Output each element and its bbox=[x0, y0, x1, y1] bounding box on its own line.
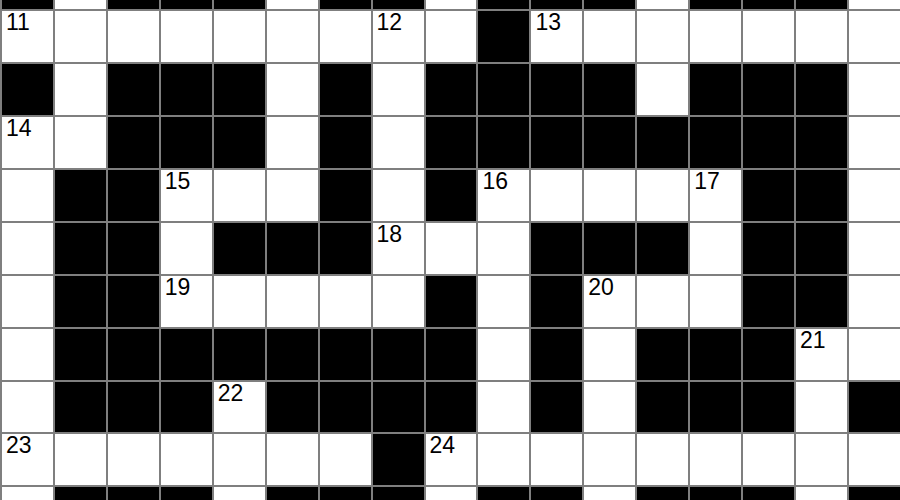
grid-cell[interactable] bbox=[796, 434, 847, 485]
grid-cell[interactable] bbox=[426, 0, 477, 9]
grid-cell-black bbox=[108, 329, 159, 380]
grid-cell-black bbox=[267, 223, 318, 274]
grid-cell[interactable]: 11 bbox=[2, 11, 53, 62]
grid-cell[interactable]: 18 bbox=[373, 223, 424, 274]
grid-cell[interactable] bbox=[849, 11, 900, 62]
grid-cell-black bbox=[743, 223, 794, 274]
grid-cell[interactable] bbox=[584, 487, 635, 500]
grid-cell-black bbox=[55, 487, 106, 500]
grid-cell-black bbox=[214, 117, 265, 168]
grid-cell[interactable] bbox=[849, 223, 900, 274]
grid-cell[interactable] bbox=[478, 223, 529, 274]
grid-cell[interactable]: 19 bbox=[161, 276, 212, 327]
grid-cell[interactable]: 23 bbox=[2, 434, 53, 485]
grid-cell-black bbox=[161, 329, 212, 380]
grid-cell-black bbox=[743, 117, 794, 168]
grid-cell[interactable] bbox=[55, 64, 106, 115]
grid-cell-black bbox=[796, 223, 847, 274]
grid-cell[interactable]: 21 bbox=[796, 329, 847, 380]
clue-number: 16 bbox=[482, 169, 508, 194]
grid-cell[interactable] bbox=[849, 329, 900, 380]
clue-number: 17 bbox=[694, 169, 720, 194]
grid-cell[interactable]: 13 bbox=[531, 11, 582, 62]
grid-cell[interactable] bbox=[849, 276, 900, 327]
grid-cell[interactable] bbox=[214, 276, 265, 327]
grid-cell-black bbox=[373, 434, 424, 485]
grid-cell[interactable] bbox=[796, 382, 847, 433]
grid-cell[interactable] bbox=[584, 329, 635, 380]
clue-number: 24 bbox=[430, 433, 456, 458]
grid-cell-black bbox=[531, 329, 582, 380]
grid-cell[interactable] bbox=[584, 11, 635, 62]
grid-cell-black bbox=[584, 223, 635, 274]
grid-cell[interactable] bbox=[849, 64, 900, 115]
grid-cell-black bbox=[478, 11, 529, 62]
grid-cell[interactable] bbox=[690, 434, 741, 485]
grid-cell[interactable] bbox=[2, 329, 53, 380]
grid-cell[interactable] bbox=[108, 11, 159, 62]
grid-cell-black bbox=[426, 382, 477, 433]
grid-cell-black bbox=[161, 0, 212, 9]
grid-cell-black bbox=[214, 329, 265, 380]
grid-cell[interactable] bbox=[637, 276, 688, 327]
grid-cell-black bbox=[690, 0, 741, 9]
grid-cell[interactable] bbox=[267, 0, 318, 9]
grid-cell-black bbox=[267, 382, 318, 433]
grid-cell[interactable] bbox=[637, 11, 688, 62]
grid-cell-black bbox=[849, 382, 900, 433]
grid-cell-black bbox=[584, 117, 635, 168]
grid-cell-black bbox=[743, 0, 794, 9]
clue-number: 15 bbox=[165, 169, 191, 194]
grid-cell-black bbox=[743, 487, 794, 500]
clue-number: 23 bbox=[6, 433, 32, 458]
grid-cell-black bbox=[426, 117, 477, 168]
grid-cell[interactable] bbox=[531, 434, 582, 485]
grid-cell[interactable] bbox=[373, 170, 424, 221]
grid-cell[interactable] bbox=[55, 434, 106, 485]
grid-cell[interactable]: 20 bbox=[584, 276, 635, 327]
grid-cell[interactable] bbox=[320, 11, 371, 62]
grid-cell-black bbox=[690, 117, 741, 168]
grid-cell[interactable] bbox=[373, 64, 424, 115]
grid-cell-black bbox=[690, 329, 741, 380]
grid-cell[interactable] bbox=[743, 11, 794, 62]
grid-cell-black bbox=[531, 64, 582, 115]
grid-cell[interactable]: 14 bbox=[2, 117, 53, 168]
grid-cell[interactable]: 17 bbox=[690, 170, 741, 221]
grid-cell[interactable] bbox=[214, 487, 265, 500]
grid-cell-black bbox=[531, 276, 582, 327]
grid-cell[interactable] bbox=[214, 11, 265, 62]
grid-cell-black bbox=[426, 170, 477, 221]
grid-cell[interactable] bbox=[267, 64, 318, 115]
grid-cell[interactable] bbox=[267, 11, 318, 62]
grid-cell-black bbox=[214, 64, 265, 115]
grid-cell-black bbox=[426, 329, 477, 380]
clue-number: 21 bbox=[800, 328, 826, 353]
grid-cell-black bbox=[320, 487, 371, 500]
grid-cell-black bbox=[373, 329, 424, 380]
grid-cell-black bbox=[531, 487, 582, 500]
grid-cell[interactable] bbox=[108, 434, 159, 485]
grid-cell-black bbox=[531, 223, 582, 274]
grid-cell[interactable] bbox=[690, 223, 741, 274]
grid-cell-black bbox=[108, 0, 159, 9]
grid-cell-black bbox=[161, 487, 212, 500]
grid-cell[interactable] bbox=[426, 487, 477, 500]
grid-cell-black bbox=[55, 276, 106, 327]
grid-cell[interactable] bbox=[531, 170, 582, 221]
grid-cell[interactable] bbox=[320, 276, 371, 327]
grid-cell[interactable] bbox=[849, 170, 900, 221]
clue-number: 12 bbox=[377, 10, 403, 35]
grid-cell[interactable] bbox=[796, 11, 847, 62]
crossword-grid: 1112131415161718192021222324 bbox=[0, 0, 900, 500]
grid-cell-black bbox=[478, 117, 529, 168]
clue-number: 22 bbox=[218, 381, 244, 406]
grid-cell[interactable] bbox=[849, 0, 900, 9]
grid-cell-black bbox=[2, 64, 53, 115]
grid-cell-black bbox=[531, 0, 582, 9]
grid-cell-black bbox=[478, 0, 529, 9]
grid-cell[interactable] bbox=[478, 329, 529, 380]
grid-cell-black bbox=[108, 170, 159, 221]
grid-cell-black bbox=[637, 223, 688, 274]
grid-cell-black bbox=[320, 0, 371, 9]
grid-cell[interactable] bbox=[161, 11, 212, 62]
grid-cell[interactable] bbox=[2, 382, 53, 433]
grid-cell-black bbox=[55, 382, 106, 433]
grid-cell[interactable] bbox=[690, 11, 741, 62]
grid-cell[interactable] bbox=[637, 64, 688, 115]
grid-cell[interactable] bbox=[426, 223, 477, 274]
clue-number: 11 bbox=[6, 10, 30, 35]
grid-cell[interactable] bbox=[478, 382, 529, 433]
grid-cell-black bbox=[743, 64, 794, 115]
grid-cell[interactable] bbox=[637, 434, 688, 485]
grid-cell-black bbox=[161, 382, 212, 433]
grid-cell[interactable]: 22 bbox=[214, 382, 265, 433]
grid-cell[interactable] bbox=[796, 487, 847, 500]
grid-cell-black bbox=[849, 487, 900, 500]
grid-cell[interactable] bbox=[743, 434, 794, 485]
grid-cell-black bbox=[108, 276, 159, 327]
grid-cell[interactable] bbox=[214, 170, 265, 221]
grid-cell-black bbox=[743, 382, 794, 433]
grid-cell[interactable] bbox=[426, 11, 477, 62]
grid-cell-black bbox=[426, 276, 477, 327]
grid-cell[interactable]: 15 bbox=[161, 170, 212, 221]
grid-cell[interactable] bbox=[373, 117, 424, 168]
grid-cell[interactable] bbox=[267, 170, 318, 221]
grid-cell-black bbox=[108, 117, 159, 168]
grid-cell-black bbox=[267, 487, 318, 500]
grid-cell[interactable] bbox=[55, 117, 106, 168]
clue-number: 14 bbox=[6, 116, 32, 141]
grid-cell-black bbox=[743, 170, 794, 221]
grid-cell-black bbox=[2, 0, 53, 9]
grid-cell-black bbox=[637, 117, 688, 168]
grid-cell-black bbox=[320, 64, 371, 115]
grid-cell[interactable] bbox=[267, 276, 318, 327]
grid-cell-black bbox=[108, 223, 159, 274]
grid-cell-black bbox=[108, 64, 159, 115]
grid-cell-black bbox=[478, 487, 529, 500]
grid-cell-black bbox=[690, 487, 741, 500]
grid-cell-black bbox=[320, 329, 371, 380]
grid-cell[interactable]: 24 bbox=[426, 434, 477, 485]
grid-cell-black bbox=[426, 64, 477, 115]
grid-cell-black bbox=[796, 170, 847, 221]
grid-cell[interactable] bbox=[55, 0, 106, 9]
grid-cell-black bbox=[531, 117, 582, 168]
grid-cell-black bbox=[478, 64, 529, 115]
grid-cell-black bbox=[796, 276, 847, 327]
clue-number: 18 bbox=[377, 222, 403, 247]
grid-cell[interactable] bbox=[2, 487, 53, 500]
grid-cell-black bbox=[320, 117, 371, 168]
grid-cell-black bbox=[267, 329, 318, 380]
grid-cell-black bbox=[373, 487, 424, 500]
crossword-puzzle: 1112131415161718192021222324 bbox=[0, 0, 900, 500]
grid-cell[interactable] bbox=[2, 170, 53, 221]
grid-cell[interactable] bbox=[584, 382, 635, 433]
grid-cell[interactable] bbox=[637, 0, 688, 9]
grid-cell[interactable]: 16 bbox=[478, 170, 529, 221]
grid-cell-black bbox=[690, 382, 741, 433]
grid-cell-black bbox=[108, 487, 159, 500]
clue-number: 20 bbox=[588, 275, 614, 300]
grid-cell-black bbox=[637, 382, 688, 433]
grid-cell-black bbox=[320, 382, 371, 433]
grid-cell[interactable] bbox=[849, 434, 900, 485]
grid-cell-black bbox=[214, 223, 265, 274]
clue-number: 19 bbox=[165, 275, 191, 300]
grid-cell-black bbox=[373, 0, 424, 9]
grid-cell-black bbox=[55, 170, 106, 221]
grid-cell[interactable] bbox=[267, 434, 318, 485]
grid-cell-black bbox=[161, 64, 212, 115]
clue-number: 13 bbox=[535, 10, 561, 35]
grid-cell[interactable] bbox=[849, 117, 900, 168]
grid-cell-black bbox=[796, 0, 847, 9]
grid-cell[interactable] bbox=[373, 276, 424, 327]
grid-cell[interactable] bbox=[2, 223, 53, 274]
grid-cell-black bbox=[584, 64, 635, 115]
grid-cell-black bbox=[743, 329, 794, 380]
grid-cell-black bbox=[214, 0, 265, 9]
grid-cell[interactable] bbox=[690, 276, 741, 327]
grid-cell-black bbox=[373, 382, 424, 433]
grid-cell-black bbox=[637, 329, 688, 380]
grid-cell[interactable] bbox=[161, 434, 212, 485]
grid-cell[interactable] bbox=[584, 170, 635, 221]
grid-cell-black bbox=[743, 276, 794, 327]
grid-cell-black bbox=[320, 170, 371, 221]
grid-cell-black bbox=[55, 223, 106, 274]
grid-cell-black bbox=[796, 117, 847, 168]
grid-cell-black bbox=[637, 487, 688, 500]
grid-cell[interactable]: 12 bbox=[373, 11, 424, 62]
grid-cell-black bbox=[796, 64, 847, 115]
grid-cell[interactable] bbox=[55, 11, 106, 62]
grid-cell-black bbox=[690, 64, 741, 115]
grid-cell[interactable] bbox=[267, 117, 318, 168]
grid-cell-black bbox=[531, 382, 582, 433]
grid-cell-black bbox=[584, 0, 635, 9]
grid-cell[interactable] bbox=[214, 434, 265, 485]
grid-cell-black bbox=[108, 382, 159, 433]
grid-cell[interactable] bbox=[2, 276, 53, 327]
grid-cell-black bbox=[161, 117, 212, 168]
grid-cell[interactable] bbox=[637, 170, 688, 221]
grid-cell[interactable] bbox=[478, 276, 529, 327]
grid-cell[interactable] bbox=[320, 434, 371, 485]
grid-cell-black bbox=[55, 329, 106, 380]
grid-cell[interactable] bbox=[584, 434, 635, 485]
grid-cell[interactable] bbox=[478, 434, 529, 485]
grid-cell[interactable] bbox=[161, 223, 212, 274]
grid-cell-black bbox=[320, 223, 371, 274]
